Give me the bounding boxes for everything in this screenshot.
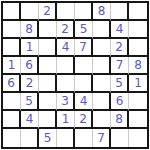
- cell-r4c1-given: 1: [3, 57, 21, 75]
- cell-r3c1-empty[interactable]: [3, 39, 21, 57]
- cell-r8c2-empty[interactable]: [21, 129, 39, 147]
- cell-r3c2-given: 1: [21, 39, 39, 57]
- cell-r7c4-given: 1: [57, 111, 75, 129]
- cell-r6c6-empty[interactable]: [93, 93, 111, 111]
- cell-r2c1-empty[interactable]: [3, 21, 21, 39]
- cell-r6c3-empty[interactable]: [39, 93, 57, 111]
- cell-r5c2-given: 2: [21, 75, 39, 93]
- cell-r2c3-empty[interactable]: [39, 21, 57, 39]
- cell-r6c7-given: 6: [111, 93, 129, 111]
- cell-r2c4-given: 2: [57, 21, 75, 39]
- cell-r4c6-empty[interactable]: [93, 57, 111, 75]
- cell-r5c5-empty[interactable]: [75, 75, 93, 93]
- cell-r5c7-given: 5: [111, 75, 129, 93]
- cell-r5c3-empty[interactable]: [39, 75, 57, 93]
- cell-r8c5-empty[interactable]: [75, 129, 93, 147]
- cell-r4c2-given: 6: [21, 57, 39, 75]
- cell-r3c5-given: 7: [75, 39, 93, 57]
- cell-r5c4-empty[interactable]: [57, 75, 75, 93]
- cell-r8c4-empty[interactable]: [57, 129, 75, 147]
- cell-r4c7-given: 7: [111, 57, 129, 75]
- cell-r7c3-empty[interactable]: [39, 111, 57, 129]
- cell-r5c8-given: 1: [129, 75, 147, 93]
- cell-r7c6-empty[interactable]: [93, 111, 111, 129]
- cell-r1c2-empty[interactable]: [21, 3, 39, 21]
- cell-r6c8-empty[interactable]: [129, 93, 147, 111]
- cell-r3c6-empty[interactable]: [93, 39, 111, 57]
- cell-r8c3-given: 5: [39, 129, 57, 147]
- cell-r1c6-given: 8: [93, 3, 111, 21]
- cell-r2c6-empty[interactable]: [93, 21, 111, 39]
- cell-r7c1-empty[interactable]: [3, 111, 21, 129]
- cell-r6c4-given: 3: [57, 93, 75, 111]
- cell-r7c8-empty[interactable]: [129, 111, 147, 129]
- sudoku-board: 2882541472167862515346412857: [1, 1, 149, 149]
- cell-r8c6-given: 7: [93, 129, 111, 147]
- cell-r1c4-empty[interactable]: [57, 3, 75, 21]
- cell-r6c1-empty[interactable]: [3, 93, 21, 111]
- cell-r3c7-given: 2: [111, 39, 129, 57]
- cell-r3c3-empty[interactable]: [39, 39, 57, 57]
- cell-r2c2-given: 8: [21, 21, 39, 39]
- cell-r3c4-given: 4: [57, 39, 75, 57]
- cell-r5c6-empty[interactable]: [93, 75, 111, 93]
- cell-r2c7-given: 4: [111, 21, 129, 39]
- cell-r5c1-given: 6: [3, 75, 21, 93]
- cell-r4c3-empty[interactable]: [39, 57, 57, 75]
- cell-r2c8-empty[interactable]: [129, 21, 147, 39]
- cell-r8c7-empty[interactable]: [111, 129, 129, 147]
- cell-r8c1-empty[interactable]: [3, 129, 21, 147]
- cell-r2c5-given: 5: [75, 21, 93, 39]
- cell-r4c4-empty[interactable]: [57, 57, 75, 75]
- cell-r4c5-empty[interactable]: [75, 57, 93, 75]
- cell-r3c8-empty[interactable]: [129, 39, 147, 57]
- cell-r1c7-empty[interactable]: [111, 3, 129, 21]
- cell-r6c5-given: 4: [75, 93, 93, 111]
- cell-r8c8-empty[interactable]: [129, 129, 147, 147]
- cell-r1c3-given: 2: [39, 3, 57, 21]
- cell-r1c5-empty[interactable]: [75, 3, 93, 21]
- cell-r7c5-given: 2: [75, 111, 93, 129]
- cell-r7c7-given: 8: [111, 111, 129, 129]
- cell-r7c2-given: 4: [21, 111, 39, 129]
- cell-r1c1-empty[interactable]: [3, 3, 21, 21]
- cell-r6c2-given: 5: [21, 93, 39, 111]
- cell-r4c8-given: 8: [129, 57, 147, 75]
- cell-r1c8-empty[interactable]: [129, 3, 147, 21]
